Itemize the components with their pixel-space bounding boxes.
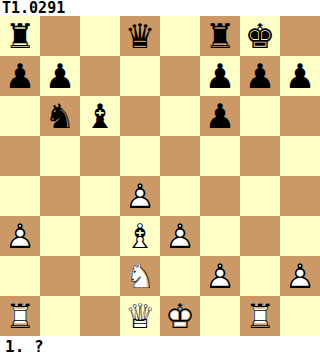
white-piece-outline: ♔: [160, 296, 200, 336]
black-pawn-icon: ♟: [280, 56, 320, 96]
white-pawn-icon: ♟♙: [120, 176, 160, 216]
black-piece-glyph: ♟: [280, 56, 320, 96]
white-piece-fill: ♟: [160, 216, 200, 256]
square-a2[interactable]: [0, 256, 40, 296]
square-d3[interactable]: ♝♗: [120, 216, 160, 256]
black-piece-glyph: ♛: [120, 16, 160, 56]
square-e6[interactable]: [160, 96, 200, 136]
black-piece-glyph: ♟: [0, 56, 40, 96]
white-piece-fill: ♟: [0, 216, 40, 256]
square-h2[interactable]: ♟♙: [280, 256, 320, 296]
black-piece-glyph: ♞: [40, 96, 80, 136]
black-piece-glyph: ♝: [80, 96, 120, 136]
square-g8[interactable]: ♚: [240, 16, 280, 56]
square-a7[interactable]: ♟: [0, 56, 40, 96]
black-piece-glyph: ♟: [200, 96, 240, 136]
white-rook-icon: ♜♖: [240, 296, 280, 336]
white-pawn-icon: ♟♙: [280, 256, 320, 296]
white-piece-fill: ♜: [240, 296, 280, 336]
black-piece-glyph: ♜: [0, 16, 40, 56]
square-b2[interactable]: [40, 256, 80, 296]
white-piece-outline: ♙: [120, 176, 160, 216]
square-e1[interactable]: ♚♔: [160, 296, 200, 336]
square-e5[interactable]: [160, 136, 200, 176]
square-c3[interactable]: [80, 216, 120, 256]
square-h7[interactable]: ♟: [280, 56, 320, 96]
black-knight-icon: ♞: [40, 96, 80, 136]
square-f1[interactable]: [200, 296, 240, 336]
black-pawn-icon: ♟: [240, 56, 280, 96]
black-queen-icon: ♛: [120, 16, 160, 56]
square-g3[interactable]: [240, 216, 280, 256]
square-h8[interactable]: [280, 16, 320, 56]
white-piece-fill: ♜: [0, 296, 40, 336]
square-c7[interactable]: [80, 56, 120, 96]
black-pawn-icon: ♟: [200, 96, 240, 136]
white-piece-outline: ♙: [160, 216, 200, 256]
square-b6[interactable]: ♞: [40, 96, 80, 136]
square-h4[interactable]: [280, 176, 320, 216]
square-g6[interactable]: [240, 96, 280, 136]
square-d1[interactable]: ♛♕: [120, 296, 160, 336]
square-b5[interactable]: [40, 136, 80, 176]
square-h1[interactable]: [280, 296, 320, 336]
white-piece-outline: ♖: [240, 296, 280, 336]
square-f2[interactable]: ♟♙: [200, 256, 240, 296]
white-piece-fill: ♟: [200, 256, 240, 296]
white-piece-outline: ♗: [120, 216, 160, 256]
white-bishop-icon: ♝♗: [120, 216, 160, 256]
square-d6[interactable]: [120, 96, 160, 136]
white-pawn-icon: ♟♙: [160, 216, 200, 256]
black-rook-icon: ♜: [200, 16, 240, 56]
square-a8[interactable]: ♜: [0, 16, 40, 56]
white-knight-icon: ♞♘: [120, 256, 160, 296]
square-b1[interactable]: [40, 296, 80, 336]
square-d2[interactable]: ♞♘: [120, 256, 160, 296]
square-c2[interactable]: [80, 256, 120, 296]
square-f4[interactable]: [200, 176, 240, 216]
square-f7[interactable]: ♟: [200, 56, 240, 96]
square-a5[interactable]: [0, 136, 40, 176]
square-g2[interactable]: [240, 256, 280, 296]
white-piece-fill: ♛: [120, 296, 160, 336]
square-a6[interactable]: [0, 96, 40, 136]
square-e4[interactable]: [160, 176, 200, 216]
white-piece-fill: ♝: [120, 216, 160, 256]
white-piece-fill: ♟: [280, 256, 320, 296]
white-piece-outline: ♙: [200, 256, 240, 296]
black-piece-glyph: ♟: [200, 56, 240, 96]
black-pawn-icon: ♟: [200, 56, 240, 96]
square-d4[interactable]: ♟♙: [120, 176, 160, 216]
square-b7[interactable]: ♟: [40, 56, 80, 96]
white-piece-outline: ♕: [120, 296, 160, 336]
square-f5[interactable]: [200, 136, 240, 176]
black-pawn-icon: ♟: [0, 56, 40, 96]
black-piece-glyph: ♟: [40, 56, 80, 96]
square-b3[interactable]: [40, 216, 80, 256]
square-a4[interactable]: [0, 176, 40, 216]
square-d8[interactable]: ♛: [120, 16, 160, 56]
white-rook-icon: ♜♖: [0, 296, 40, 336]
square-g1[interactable]: ♜♖: [240, 296, 280, 336]
black-piece-glyph: ♟: [240, 56, 280, 96]
square-c8[interactable]: [80, 16, 120, 56]
square-c6[interactable]: ♝: [80, 96, 120, 136]
square-e2[interactable]: [160, 256, 200, 296]
chess-board[interactable]: ♜♛♜♚♟♟♟♟♟♞♝♟♟♙♟♙♝♗♟♙♞♘♟♙♟♙♜♖♛♕♚♔♜♖: [0, 16, 320, 336]
black-piece-glyph: ♚: [240, 16, 280, 56]
square-d7[interactable]: [120, 56, 160, 96]
square-a1[interactable]: ♜♖: [0, 296, 40, 336]
square-e3[interactable]: ♟♙: [160, 216, 200, 256]
square-g5[interactable]: [240, 136, 280, 176]
square-f3[interactable]: [200, 216, 240, 256]
white-king-icon: ♚♔: [160, 296, 200, 336]
square-e7[interactable]: [160, 56, 200, 96]
white-piece-fill: ♞: [120, 256, 160, 296]
square-c5[interactable]: [80, 136, 120, 176]
square-d5[interactable]: [120, 136, 160, 176]
white-pawn-icon: ♟♙: [200, 256, 240, 296]
square-a3[interactable]: ♟♙: [0, 216, 40, 256]
black-bishop-icon: ♝: [80, 96, 120, 136]
square-c1[interactable]: [80, 296, 120, 336]
move-prompt-label: 1. ?: [5, 336, 44, 360]
square-f6[interactable]: ♟: [200, 96, 240, 136]
square-g4[interactable]: [240, 176, 280, 216]
square-h6[interactable]: [280, 96, 320, 136]
square-g7[interactable]: ♟: [240, 56, 280, 96]
white-piece-outline: ♖: [0, 296, 40, 336]
square-b8[interactable]: [40, 16, 80, 56]
white-piece-outline: ♘: [120, 256, 160, 296]
white-piece-outline: ♙: [280, 256, 320, 296]
black-pawn-icon: ♟: [40, 56, 80, 96]
square-b4[interactable]: [40, 176, 80, 216]
white-piece-outline: ♙: [0, 216, 40, 256]
square-e8[interactable]: [160, 16, 200, 56]
white-piece-fill: ♟: [120, 176, 160, 216]
white-queen-icon: ♛♕: [120, 296, 160, 336]
square-h5[interactable]: [280, 136, 320, 176]
black-rook-icon: ♜: [0, 16, 40, 56]
white-piece-fill: ♚: [160, 296, 200, 336]
square-h3[interactable]: [280, 216, 320, 256]
square-f8[interactable]: ♜: [200, 16, 240, 56]
black-piece-glyph: ♜: [200, 16, 240, 56]
square-c4[interactable]: [80, 176, 120, 216]
white-pawn-icon: ♟♙: [0, 216, 40, 256]
puzzle-id-label: T1.0291: [2, 0, 65, 16]
black-king-icon: ♚: [240, 16, 280, 56]
